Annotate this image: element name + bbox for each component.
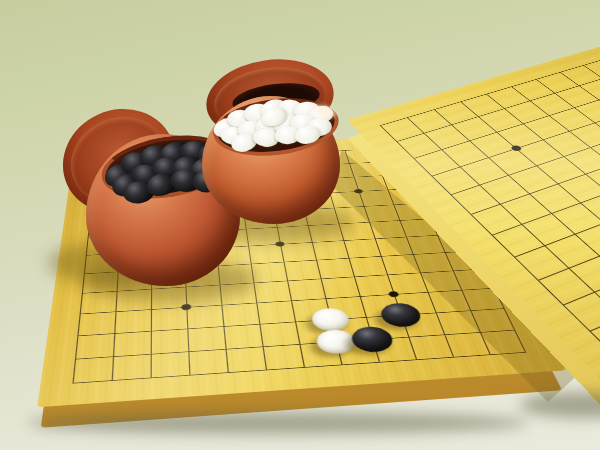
grid-cell <box>115 289 151 312</box>
grid-cell <box>223 324 262 349</box>
grid-cell <box>188 349 228 376</box>
grid-cell <box>186 305 223 329</box>
grid-cell <box>316 258 354 279</box>
grid-cell <box>251 262 287 283</box>
grid-cell <box>263 344 304 370</box>
grid-cell <box>77 311 115 335</box>
grid-cell <box>151 307 187 331</box>
grid-cell <box>187 326 225 351</box>
grid-cell <box>280 242 316 262</box>
grid-cell <box>75 333 114 359</box>
grid-cell <box>82 272 118 293</box>
grid-cell <box>113 331 151 356</box>
grid-cell <box>114 309 151 333</box>
grid-cell <box>185 285 221 307</box>
grid-cell <box>219 283 256 305</box>
grid-cell <box>151 329 189 354</box>
grid-cell <box>248 244 283 264</box>
go-scene-photo <box>0 0 600 450</box>
grid-cell <box>308 224 344 243</box>
grid-cell <box>283 260 320 281</box>
grid-cell <box>112 354 151 381</box>
grid-cell <box>321 277 360 299</box>
grid-cell <box>221 303 259 327</box>
grid-cell <box>287 279 325 301</box>
grid-cell <box>256 301 295 324</box>
grid-cell <box>312 240 349 260</box>
back-board-floor-shadow <box>520 392 600 418</box>
grid-cell <box>259 322 299 347</box>
grid-cell <box>253 281 291 303</box>
grid-cell <box>80 291 117 314</box>
grid-cell <box>225 346 265 373</box>
grid-cell <box>72 356 113 383</box>
grid-cell <box>151 351 190 378</box>
grid-cell <box>218 264 254 285</box>
